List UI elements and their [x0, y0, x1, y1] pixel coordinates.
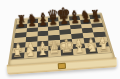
- board-grid: ♜♞♝♛♚♝♞♜♟♟♟♟♟♟♟♟♟♟♟♟♟♟♟♟♜♞♝♛♚♝♞♜: [12, 14, 111, 59]
- piece-light-rook: ♜: [92, 40, 117, 53]
- piece-dark-pawn: ♟: [86, 13, 108, 24]
- brass-clasp-icon: [58, 63, 66, 70]
- square-h7: ♟: [90, 18, 102, 23]
- folding-chess-box: ♜♞♝♛♚♝♞♜♟♟♟♟♟♟♟♟♟♟♟♟♟♟♟♟♜♞♝♛♚♝♞♜: [0, 0, 120, 79]
- chess-set-photo: ♜♞♝♛♚♝♞♜♟♟♟♟♟♟♟♟♟♟♟♟♟♟♟♟♜♞♝♛♚♝♞♜: [0, 0, 120, 79]
- chess-board: ♜♞♝♛♚♝♞♜♟♟♟♟♟♟♟♟♟♟♟♟♟♟♟♟♜♞♝♛♚♝♞♜: [8, 12, 116, 65]
- square-h1: ♜: [97, 47, 111, 53]
